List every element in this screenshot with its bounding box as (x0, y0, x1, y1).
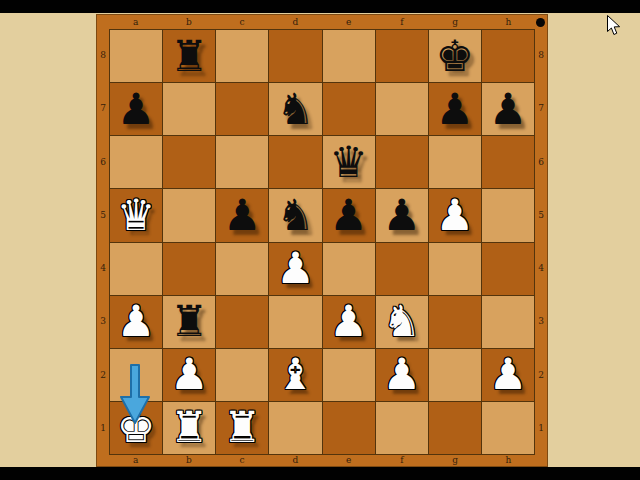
file-labels-bottom: abcdefgh (109, 455, 535, 466)
file-label-c: c (216, 455, 269, 466)
square-c1[interactable]: ♜ (216, 402, 268, 454)
square-e6[interactable]: ♛ (323, 136, 375, 188)
rank-label-1: 1 (97, 402, 109, 455)
rank-label-3: 3 (97, 295, 109, 348)
file-label-f: f (375, 15, 428, 29)
square-c4[interactable] (216, 243, 268, 295)
square-d4[interactable]: ♟ (269, 243, 321, 295)
square-h3[interactable] (482, 296, 534, 348)
last-move-arrow-icon (119, 363, 151, 427)
file-label-b: b (162, 455, 215, 466)
square-e4[interactable] (323, 243, 375, 295)
square-e8[interactable] (323, 30, 375, 82)
square-f4[interactable] (376, 243, 428, 295)
file-labels-top: abcdefgh (109, 15, 535, 29)
white-queen-a5[interactable]: ♛ (117, 194, 156, 237)
square-b8[interactable]: ♜ (163, 30, 215, 82)
square-f6[interactable] (376, 136, 428, 188)
square-b7[interactable] (163, 83, 215, 135)
file-label-b: b (162, 15, 215, 29)
square-a4[interactable] (110, 243, 162, 295)
rank-label-3: 3 (535, 295, 547, 348)
white-pawn-d4[interactable]: ♟ (276, 247, 315, 290)
square-h4[interactable] (482, 243, 534, 295)
file-label-c: c (216, 15, 269, 29)
file-label-h: h (482, 455, 535, 466)
square-d6[interactable] (269, 136, 321, 188)
square-h5[interactable] (482, 189, 534, 241)
black-to-move-dot-icon (536, 18, 545, 27)
square-b5[interactable] (163, 189, 215, 241)
square-a3[interactable]: ♟ (110, 296, 162, 348)
file-label-h: h (482, 15, 535, 29)
rank-label-4: 4 (535, 242, 547, 295)
square-c2[interactable] (216, 349, 268, 401)
file-label-e: e (322, 15, 375, 29)
black-knight-d7[interactable]: ♞ (276, 88, 315, 131)
square-h2[interactable]: ♟ (482, 349, 534, 401)
white-knight-f3[interactable]: ♞ (382, 300, 421, 343)
square-e7[interactable] (323, 83, 375, 135)
square-g8[interactable]: ♚ (429, 30, 481, 82)
square-a8[interactable] (110, 30, 162, 82)
square-c6[interactable] (216, 136, 268, 188)
square-f8[interactable] (376, 30, 428, 82)
rank-label-1: 1 (535, 402, 547, 455)
square-h1[interactable] (482, 402, 534, 454)
square-d2[interactable]: ♝ (269, 349, 321, 401)
square-f5[interactable]: ♟ (376, 189, 428, 241)
square-e2[interactable] (323, 349, 375, 401)
square-g3[interactable] (429, 296, 481, 348)
square-f3[interactable]: ♞ (376, 296, 428, 348)
black-knight-d5[interactable]: ♞ (276, 194, 315, 237)
letterbox-top (0, 0, 640, 13)
square-c8[interactable] (216, 30, 268, 82)
white-pawn-g5[interactable]: ♟ (436, 194, 475, 237)
square-g7[interactable]: ♟ (429, 83, 481, 135)
square-f2[interactable]: ♟ (376, 349, 428, 401)
square-e3[interactable]: ♟ (323, 296, 375, 348)
black-pawn-c5[interactable]: ♟ (223, 194, 262, 237)
square-g6[interactable] (429, 136, 481, 188)
file-label-g: g (429, 455, 482, 466)
square-b4[interactable] (163, 243, 215, 295)
file-label-f: f (375, 455, 428, 466)
file-label-g: g (429, 15, 482, 29)
black-rook-b3[interactable]: ♜ (170, 300, 209, 343)
rank-labels-left: 87654321 (97, 29, 109, 455)
rank-label-2: 2 (97, 349, 109, 402)
square-b3[interactable]: ♜ (163, 296, 215, 348)
white-pawn-f2[interactable]: ♟ (382, 353, 421, 396)
square-a6[interactable] (110, 136, 162, 188)
square-h8[interactable] (482, 30, 534, 82)
square-c5[interactable]: ♟ (216, 189, 268, 241)
file-label-d: d (269, 15, 322, 29)
rank-label-4: 4 (97, 242, 109, 295)
rank-label-8: 8 (535, 29, 547, 82)
white-pawn-e3[interactable]: ♟ (329, 300, 368, 343)
file-label-a: a (109, 455, 162, 466)
black-king-g8[interactable]: ♚ (436, 35, 475, 78)
square-a5[interactable]: ♛ (110, 189, 162, 241)
rank-label-7: 7 (535, 82, 547, 135)
white-pawn-b2[interactable]: ♟ (170, 353, 209, 396)
square-g2[interactable] (429, 349, 481, 401)
rank-labels-right: 87654321 (535, 29, 547, 455)
white-rook-c1[interactable]: ♜ (223, 406, 262, 449)
square-a7[interactable]: ♟ (110, 83, 162, 135)
square-b1[interactable]: ♜ (163, 402, 215, 454)
square-c7[interactable] (216, 83, 268, 135)
square-e1[interactable] (323, 402, 375, 454)
square-d8[interactable] (269, 30, 321, 82)
white-rook-b1[interactable]: ♜ (170, 406, 209, 449)
letterbox-bottom (0, 467, 640, 480)
rank-label-5: 5 (535, 189, 547, 242)
square-e5[interactable]: ♟ (323, 189, 375, 241)
file-label-d: d (269, 455, 322, 466)
file-label-e: e (322, 455, 375, 466)
black-rook-b8[interactable]: ♜ (170, 35, 209, 78)
black-pawn-f5[interactable]: ♟ (382, 194, 421, 237)
black-pawn-a7[interactable]: ♟ (117, 88, 156, 131)
rank-label-2: 2 (535, 349, 547, 402)
square-b6[interactable] (163, 136, 215, 188)
rank-label-6: 6 (97, 136, 109, 189)
rank-label-7: 7 (97, 82, 109, 135)
square-g5[interactable]: ♟ (429, 189, 481, 241)
square-d7[interactable]: ♞ (269, 83, 321, 135)
square-g1[interactable] (429, 402, 481, 454)
square-d5[interactable]: ♞ (269, 189, 321, 241)
black-pawn-g7[interactable]: ♟ (436, 88, 475, 131)
white-pawn-a3[interactable]: ♟ (117, 300, 156, 343)
chess-board-frame: abcdefgh abcdefgh 87654321 87654321 ♜♚♟♞… (96, 14, 548, 467)
square-f1[interactable] (376, 402, 428, 454)
rank-label-8: 8 (97, 29, 109, 82)
square-b2[interactable]: ♟ (163, 349, 215, 401)
square-c3[interactable] (216, 296, 268, 348)
square-h7[interactable]: ♟ (482, 83, 534, 135)
black-pawn-e5[interactable]: ♟ (329, 194, 368, 237)
square-f7[interactable] (376, 83, 428, 135)
square-h6[interactable] (482, 136, 534, 188)
chess-board: ♜♚♟♞♟♟♛♛♟♞♟♟♟♟♟♜♟♞♟♝♟♟♚♜♜ (109, 29, 535, 455)
square-d3[interactable] (269, 296, 321, 348)
black-pawn-h7[interactable]: ♟ (489, 88, 528, 131)
rank-label-5: 5 (97, 189, 109, 242)
rank-label-6: 6 (535, 136, 547, 189)
square-d1[interactable] (269, 402, 321, 454)
file-label-a: a (109, 15, 162, 29)
square-g4[interactable] (429, 243, 481, 295)
white-pawn-h2[interactable]: ♟ (489, 353, 528, 396)
mouse-pointer-icon (606, 15, 622, 37)
video-frame: abcdefgh abcdefgh 87654321 87654321 ♜♚♟♞… (0, 13, 640, 467)
white-bishop-d2[interactable]: ♝ (276, 353, 315, 396)
black-queen-e6[interactable]: ♛ (329, 141, 368, 184)
